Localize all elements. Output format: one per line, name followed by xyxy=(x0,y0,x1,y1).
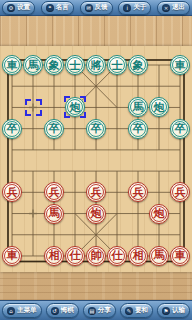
share-icon: ▤ xyxy=(88,307,96,315)
piece-black-soldier[interactable]: 卒 xyxy=(128,119,148,139)
piece-glyph: 車 xyxy=(171,247,189,265)
gear-icon: ⚙ xyxy=(7,4,15,12)
piece-red-advisor[interactable]: 仕 xyxy=(65,246,85,266)
offer-draw-button[interactable]: ✎ 要和 xyxy=(120,303,153,318)
piece-red-advisor[interactable]: 仕 xyxy=(107,246,127,266)
piece-glyph: 兵 xyxy=(3,183,21,201)
piece-black-advisor[interactable]: 士 xyxy=(107,55,127,75)
undo-move-button[interactable]: ↺ 悔棋 xyxy=(46,303,79,318)
piece-black-chariot[interactable]: 車 xyxy=(2,55,22,75)
pencil-icon: ✎ xyxy=(125,307,133,315)
resign-button[interactable]: ⚑ 认输 xyxy=(157,303,190,318)
piece-glyph: 馬 xyxy=(45,205,63,223)
resign-label: 认输 xyxy=(172,306,185,315)
piece-black-cannon[interactable]: 炮 xyxy=(65,97,85,117)
piece-red-chariot[interactable]: 車 xyxy=(2,246,22,266)
feedback-button[interactable]: ✉ 反馈 xyxy=(80,1,113,15)
envelope-icon: ✉ xyxy=(85,4,93,12)
piece-glyph: 兵 xyxy=(129,183,147,201)
piece-glyph: 將 xyxy=(87,56,105,74)
piece-glyph: 兵 xyxy=(87,183,105,201)
piece-black-horse[interactable]: 馬 xyxy=(23,55,43,75)
flag-icon: ⚑ xyxy=(162,307,170,315)
piece-black-chariot[interactable]: 車 xyxy=(170,55,190,75)
undo-move-label: 悔棋 xyxy=(61,306,74,315)
close-icon: × xyxy=(162,4,170,12)
piece-black-soldier[interactable]: 卒 xyxy=(44,119,64,139)
piece-black-soldier[interactable]: 卒 xyxy=(86,119,106,139)
piece-glyph: 炮 xyxy=(87,205,105,223)
piece-red-chariot[interactable]: 車 xyxy=(170,246,190,266)
main-menu-button[interactable]: ⌂ 主菜单 xyxy=(2,303,42,318)
last-move-from-marker xyxy=(25,99,42,116)
piece-glyph: 仕 xyxy=(108,247,126,265)
piece-glyph: 車 xyxy=(3,247,21,265)
piece-glyph: 卒 xyxy=(3,120,21,138)
piece-layer: 車馬象士將士象車炮馬炮卒卒卒卒卒兵兵兵兵兵馬炮炮車相仕帥仕相馬車 xyxy=(0,0,192,320)
piece-black-horse[interactable]: 馬 xyxy=(128,97,148,117)
piece-glyph: 象 xyxy=(129,56,147,74)
piece-red-horse[interactable]: 馬 xyxy=(44,204,64,224)
top-toolbar: ⚙ 设置 ❝ 名言 ✉ 反馈 i 关于 × 退出 xyxy=(0,0,192,16)
piece-glyph: 卒 xyxy=(45,120,63,138)
piece-red-elephant[interactable]: 相 xyxy=(44,246,64,266)
settings-label: 设置 xyxy=(17,3,30,12)
piece-black-cannon[interactable]: 炮 xyxy=(149,97,169,117)
piece-glyph: 兵 xyxy=(171,183,189,201)
piece-black-soldier[interactable]: 卒 xyxy=(170,119,190,139)
about-button[interactable]: i 关于 xyxy=(118,1,151,15)
piece-glyph: 仕 xyxy=(66,247,84,265)
piece-glyph: 象 xyxy=(45,56,63,74)
feedback-label: 反馈 xyxy=(95,3,108,12)
main-menu-label: 主菜单 xyxy=(17,306,37,315)
quotes-button[interactable]: ❝ 名言 xyxy=(41,1,74,15)
about-label: 关于 xyxy=(133,3,146,12)
piece-red-elephant[interactable]: 相 xyxy=(128,246,148,266)
piece-black-soldier[interactable]: 卒 xyxy=(2,119,22,139)
piece-red-cannon[interactable]: 炮 xyxy=(149,204,169,224)
piece-glyph: 馬 xyxy=(24,56,42,74)
share-label: 分享 xyxy=(98,306,111,315)
piece-glyph: 相 xyxy=(129,247,147,265)
piece-black-advisor[interactable]: 士 xyxy=(65,55,85,75)
piece-black-elephant[interactable]: 象 xyxy=(128,55,148,75)
piece-glyph: 帥 xyxy=(87,247,105,265)
piece-glyph: 炮 xyxy=(150,205,168,223)
bottom-toolbar: ⌂ 主菜单 ↺ 悔棋 ▤ 分享 ✎ 要和 ⚑ 认输 xyxy=(0,300,192,320)
settings-button[interactable]: ⚙ 设置 xyxy=(2,1,35,15)
piece-glyph: 士 xyxy=(66,56,84,74)
piece-red-soldier[interactable]: 兵 xyxy=(86,182,106,202)
info-icon: i xyxy=(123,4,131,12)
piece-red-general[interactable]: 帥 xyxy=(86,246,106,266)
piece-red-cannon[interactable]: 炮 xyxy=(86,204,106,224)
piece-glyph: 卒 xyxy=(171,120,189,138)
offer-draw-label: 要和 xyxy=(135,306,148,315)
piece-red-soldier[interactable]: 兵 xyxy=(128,182,148,202)
quotes-label: 名言 xyxy=(56,3,69,12)
piece-red-soldier[interactable]: 兵 xyxy=(2,182,22,202)
piece-glyph: 兵 xyxy=(45,183,63,201)
piece-glyph: 炮 xyxy=(66,98,84,116)
piece-red-soldier[interactable]: 兵 xyxy=(170,182,190,202)
piece-glyph: 士 xyxy=(108,56,126,74)
piece-glyph: 炮 xyxy=(150,98,168,116)
piece-red-soldier[interactable]: 兵 xyxy=(44,182,64,202)
exit-label: 退出 xyxy=(172,3,185,12)
piece-glyph: 車 xyxy=(171,56,189,74)
piece-glyph: 卒 xyxy=(129,120,147,138)
undo-icon: ↺ xyxy=(51,307,59,315)
piece-black-general[interactable]: 將 xyxy=(86,55,106,75)
share-button[interactable]: ▤ 分享 xyxy=(83,303,116,318)
piece-black-elephant[interactable]: 象 xyxy=(44,55,64,75)
piece-glyph: 車 xyxy=(3,56,21,74)
piece-red-horse[interactable]: 馬 xyxy=(149,246,169,266)
piece-glyph: 馬 xyxy=(150,247,168,265)
exit-button[interactable]: × 退出 xyxy=(157,1,190,15)
piece-glyph: 馬 xyxy=(129,98,147,116)
home-icon: ⌂ xyxy=(7,307,15,315)
speech-bubble-icon: ❝ xyxy=(46,4,54,12)
piece-glyph: 相 xyxy=(45,247,63,265)
piece-glyph: 卒 xyxy=(87,120,105,138)
